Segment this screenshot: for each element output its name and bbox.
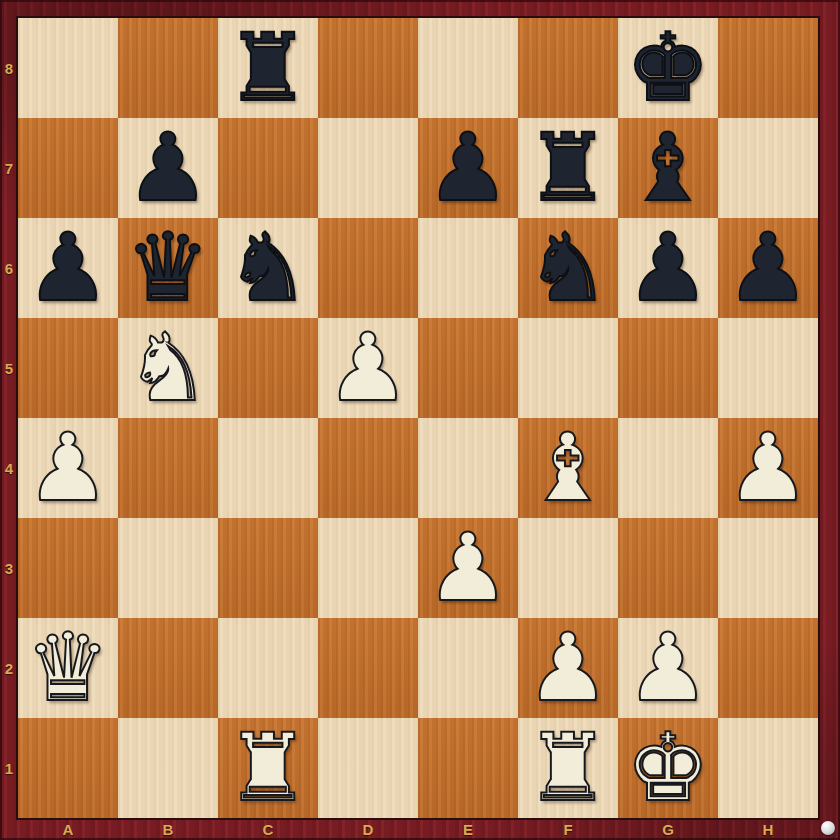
- piece-white-rook[interactable]: ♜: [218, 718, 318, 818]
- square-g4[interactable]: [618, 418, 718, 518]
- rank-label-3: 3: [0, 518, 18, 618]
- square-b2[interactable]: [118, 618, 218, 718]
- square-g2[interactable]: ♟: [618, 618, 718, 718]
- piece-black-pawn[interactable]: ♟: [18, 218, 118, 318]
- square-g6[interactable]: ♟: [618, 218, 718, 318]
- piece-black-knight[interactable]: ♞: [518, 218, 618, 318]
- square-f7[interactable]: ♜: [518, 118, 618, 218]
- square-e5[interactable]: [418, 318, 518, 418]
- square-e8[interactable]: [418, 18, 518, 118]
- file-label-h: H: [718, 818, 818, 840]
- file-label-a: A: [18, 818, 118, 840]
- square-c5[interactable]: [218, 318, 318, 418]
- square-b3[interactable]: [118, 518, 218, 618]
- piece-black-rook[interactable]: ♜: [518, 118, 618, 218]
- square-d1[interactable]: [318, 718, 418, 818]
- square-e4[interactable]: [418, 418, 518, 518]
- square-g7[interactable]: ♝: [618, 118, 718, 218]
- rank-label-8: 8: [0, 18, 18, 118]
- square-a2[interactable]: ♛: [18, 618, 118, 718]
- file-label-d: D: [318, 818, 418, 840]
- square-a6[interactable]: ♟: [18, 218, 118, 318]
- board-frame: 87654321 ABCDEFGH ♜♚♟♟♜♝♟♛♞♞♟♟♞♟♟♝♟♟♛♟♟♜…: [0, 0, 840, 840]
- piece-black-pawn[interactable]: ♟: [418, 118, 518, 218]
- square-f3[interactable]: [518, 518, 618, 618]
- square-e3[interactable]: ♟: [418, 518, 518, 618]
- piece-black-rook[interactable]: ♜: [218, 18, 318, 118]
- rank-label-2: 2: [0, 618, 18, 718]
- square-g1[interactable]: ♚: [618, 718, 718, 818]
- square-e7[interactable]: ♟: [418, 118, 518, 218]
- rank-label-5: 5: [0, 318, 18, 418]
- square-a7[interactable]: [18, 118, 118, 218]
- square-d4[interactable]: [318, 418, 418, 518]
- piece-white-pawn[interactable]: ♟: [518, 618, 618, 718]
- square-d3[interactable]: [318, 518, 418, 618]
- square-f6[interactable]: ♞: [518, 218, 618, 318]
- square-c7[interactable]: [218, 118, 318, 218]
- square-b1[interactable]: [118, 718, 218, 818]
- file-label-b: B: [118, 818, 218, 840]
- piece-black-pawn[interactable]: ♟: [118, 118, 218, 218]
- piece-white-bishop[interactable]: ♝: [518, 418, 618, 518]
- square-h5[interactable]: [718, 318, 818, 418]
- square-c8[interactable]: ♜: [218, 18, 318, 118]
- piece-white-pawn[interactable]: ♟: [318, 318, 418, 418]
- square-b6[interactable]: ♛: [118, 218, 218, 318]
- square-a8[interactable]: [18, 18, 118, 118]
- piece-black-queen[interactable]: ♛: [118, 218, 218, 318]
- rank-labels: 87654321: [0, 18, 18, 818]
- square-a5[interactable]: [18, 318, 118, 418]
- square-g3[interactable]: [618, 518, 718, 618]
- square-c1[interactable]: ♜: [218, 718, 318, 818]
- piece-white-pawn[interactable]: ♟: [718, 418, 818, 518]
- square-e1[interactable]: [418, 718, 518, 818]
- square-c2[interactable]: [218, 618, 318, 718]
- square-f4[interactable]: ♝: [518, 418, 618, 518]
- piece-white-pawn[interactable]: ♟: [618, 618, 718, 718]
- rank-label-7: 7: [0, 118, 18, 218]
- square-c3[interactable]: [218, 518, 318, 618]
- square-d5[interactable]: ♟: [318, 318, 418, 418]
- square-b5[interactable]: ♞: [118, 318, 218, 418]
- rank-label-6: 6: [0, 218, 18, 318]
- square-f2[interactable]: ♟: [518, 618, 618, 718]
- square-h1[interactable]: [718, 718, 818, 818]
- square-d7[interactable]: [318, 118, 418, 218]
- chess-board: ♜♚♟♟♜♝♟♛♞♞♟♟♞♟♟♝♟♟♛♟♟♜♜♚: [18, 18, 818, 818]
- square-g5[interactable]: [618, 318, 718, 418]
- file-label-e: E: [418, 818, 518, 840]
- square-e6[interactable]: [418, 218, 518, 318]
- side-to-move-indicator: [821, 821, 835, 835]
- square-h2[interactable]: [718, 618, 818, 718]
- square-f5[interactable]: [518, 318, 618, 418]
- square-h8[interactable]: [718, 18, 818, 118]
- piece-white-queen[interactable]: ♛: [18, 618, 118, 718]
- square-c6[interactable]: ♞: [218, 218, 318, 318]
- piece-white-pawn[interactable]: ♟: [418, 518, 518, 618]
- piece-white-pawn[interactable]: ♟: [18, 418, 118, 518]
- square-c4[interactable]: [218, 418, 318, 518]
- square-a4[interactable]: ♟: [18, 418, 118, 518]
- square-h4[interactable]: ♟: [718, 418, 818, 518]
- square-d6[interactable]: [318, 218, 418, 318]
- square-b8[interactable]: [118, 18, 218, 118]
- square-b7[interactable]: ♟: [118, 118, 218, 218]
- piece-black-pawn[interactable]: ♟: [618, 218, 718, 318]
- square-h6[interactable]: ♟: [718, 218, 818, 318]
- square-d2[interactable]: [318, 618, 418, 718]
- piece-white-knight[interactable]: ♞: [118, 318, 218, 418]
- square-f8[interactable]: [518, 18, 618, 118]
- piece-white-king[interactable]: ♚: [618, 718, 718, 818]
- rank-label-1: 1: [0, 718, 18, 818]
- square-g8[interactable]: ♚: [618, 18, 718, 118]
- piece-white-rook[interactable]: ♜: [518, 718, 618, 818]
- piece-black-king[interactable]: ♚: [618, 18, 718, 118]
- square-d8[interactable]: [318, 18, 418, 118]
- rank-label-4: 4: [0, 418, 18, 518]
- piece-black-knight[interactable]: ♞: [218, 218, 318, 318]
- square-h3[interactable]: [718, 518, 818, 618]
- square-e2[interactable]: [418, 618, 518, 718]
- square-a3[interactable]: [18, 518, 118, 618]
- piece-black-pawn[interactable]: ♟: [718, 218, 818, 318]
- square-f1[interactable]: ♜: [518, 718, 618, 818]
- square-a1[interactable]: [18, 718, 118, 818]
- square-b4[interactable]: [118, 418, 218, 518]
- square-h7[interactable]: [718, 118, 818, 218]
- piece-black-bishop[interactable]: ♝: [618, 118, 718, 218]
